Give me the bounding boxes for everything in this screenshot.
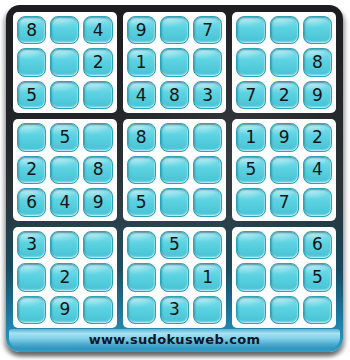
cell-r3c9[interactable]: 9	[303, 81, 332, 109]
cell-r1c4[interactable]: 9	[127, 16, 156, 44]
cell-r1c2[interactable]	[50, 16, 79, 44]
sudoku-grid: 842597148387295286498519254732951365	[13, 12, 336, 328]
cell-r2c8[interactable]	[270, 48, 299, 76]
footer-bar: www.sudokusweb.com	[9, 329, 340, 349]
cell-r5c8[interactable]	[270, 156, 299, 184]
cell-r6c3[interactable]: 9	[83, 188, 112, 216]
cell-r6c1[interactable]: 6	[17, 188, 46, 216]
cell-r8c5[interactable]	[160, 263, 189, 291]
block-r3c3: 65	[232, 227, 336, 328]
block-r2c2: 85	[123, 119, 227, 220]
cell-r8c6[interactable]: 1	[193, 263, 222, 291]
cell-r5c1[interactable]: 2	[17, 156, 46, 184]
cell-r3c4[interactable]: 4	[127, 81, 156, 109]
cell-r3c2[interactable]	[50, 81, 79, 109]
cell-r6c2[interactable]: 4	[50, 188, 79, 216]
cell-r3c5[interactable]: 8	[160, 81, 189, 109]
cell-r1c8[interactable]	[270, 16, 299, 44]
block-r2c3: 192547	[232, 119, 336, 220]
cell-r3c7[interactable]: 7	[236, 81, 265, 109]
cell-r7c7[interactable]	[236, 231, 265, 259]
cell-r2c9[interactable]: 8	[303, 48, 332, 76]
cell-r2c1[interactable]	[17, 48, 46, 76]
cell-r4c5[interactable]	[160, 123, 189, 151]
cell-r7c3[interactable]	[83, 231, 112, 259]
cell-r7c2[interactable]	[50, 231, 79, 259]
cell-r1c3[interactable]: 4	[83, 16, 112, 44]
cell-r7c9[interactable]: 6	[303, 231, 332, 259]
cell-r6c4[interactable]: 5	[127, 188, 156, 216]
cell-r5c3[interactable]: 8	[83, 156, 112, 184]
block-r1c2: 971483	[123, 12, 227, 113]
block-r2c1: 528649	[13, 119, 117, 220]
cell-r7c5[interactable]: 5	[160, 231, 189, 259]
cell-r2c7[interactable]	[236, 48, 265, 76]
cell-r2c2[interactable]	[50, 48, 79, 76]
cell-r2c6[interactable]	[193, 48, 222, 76]
cell-r9c6[interactable]	[193, 296, 222, 324]
cell-r5c6[interactable]	[193, 156, 222, 184]
cell-r3c3[interactable]	[83, 81, 112, 109]
cell-r7c4[interactable]	[127, 231, 156, 259]
cell-r8c2[interactable]: 2	[50, 263, 79, 291]
cell-r8c9[interactable]: 5	[303, 263, 332, 291]
cell-r5c4[interactable]	[127, 156, 156, 184]
cell-r8c8[interactable]	[270, 263, 299, 291]
cell-r5c5[interactable]	[160, 156, 189, 184]
cell-r9c3[interactable]	[83, 296, 112, 324]
cell-r9c8[interactable]	[270, 296, 299, 324]
cell-r9c7[interactable]	[236, 296, 265, 324]
cell-r6c5[interactable]	[160, 188, 189, 216]
cell-r8c7[interactable]	[236, 263, 265, 291]
cell-r4c4[interactable]: 8	[127, 123, 156, 151]
cell-r9c1[interactable]	[17, 296, 46, 324]
cell-r5c7[interactable]: 5	[236, 156, 265, 184]
cell-r5c9[interactable]: 4	[303, 156, 332, 184]
cell-r2c3[interactable]: 2	[83, 48, 112, 76]
block-r1c3: 8729	[232, 12, 336, 113]
cell-r7c6[interactable]	[193, 231, 222, 259]
cell-r4c3[interactable]	[83, 123, 112, 151]
cell-r8c1[interactable]	[17, 263, 46, 291]
cell-r6c6[interactable]	[193, 188, 222, 216]
cell-r4c6[interactable]	[193, 123, 222, 151]
cell-r9c5[interactable]: 3	[160, 296, 189, 324]
cell-r9c2[interactable]: 9	[50, 296, 79, 324]
cell-r4c1[interactable]	[17, 123, 46, 151]
cell-r4c7[interactable]: 1	[236, 123, 265, 151]
cell-r2c5[interactable]	[160, 48, 189, 76]
cell-r8c3[interactable]	[83, 263, 112, 291]
cell-r9c4[interactable]	[127, 296, 156, 324]
cell-r1c5[interactable]	[160, 16, 189, 44]
cell-r3c1[interactable]: 5	[17, 81, 46, 109]
cell-r4c9[interactable]: 2	[303, 123, 332, 151]
cell-r3c8[interactable]: 2	[270, 81, 299, 109]
cell-r6c9[interactable]	[303, 188, 332, 216]
cell-r2c4[interactable]: 1	[127, 48, 156, 76]
cell-r8c4[interactable]	[127, 263, 156, 291]
cell-r4c8[interactable]: 9	[270, 123, 299, 151]
cell-r3c6[interactable]: 3	[193, 81, 222, 109]
cell-r1c1[interactable]: 8	[17, 16, 46, 44]
cell-r9c9[interactable]	[303, 296, 332, 324]
cell-r4c2[interactable]: 5	[50, 123, 79, 151]
cell-r6c8[interactable]: 7	[270, 188, 299, 216]
cell-r1c6[interactable]: 7	[193, 16, 222, 44]
cell-r7c8[interactable]	[270, 231, 299, 259]
footer-url[interactable]: www.sudokusweb.com	[89, 332, 261, 347]
puzzle-frame: 842597148387295286498519254732951365 www…	[6, 5, 343, 352]
block-r3c1: 329	[13, 227, 117, 328]
cell-r1c9[interactable]	[303, 16, 332, 44]
cell-r6c7[interactable]	[236, 188, 265, 216]
block-r3c2: 513	[123, 227, 227, 328]
cell-r7c1[interactable]: 3	[17, 231, 46, 259]
block-r1c1: 8425	[13, 12, 117, 113]
cell-r1c7[interactable]	[236, 16, 265, 44]
cell-r5c2[interactable]	[50, 156, 79, 184]
